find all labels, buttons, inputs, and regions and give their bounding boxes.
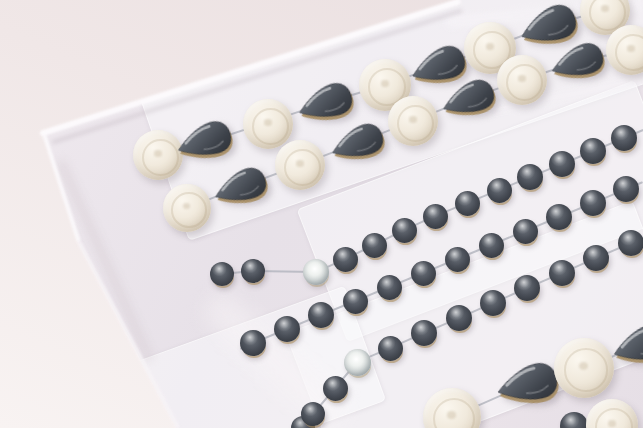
round-gem xyxy=(301,402,325,426)
pearl-ring xyxy=(615,34,643,71)
pearl-dimple xyxy=(608,420,616,427)
round-gem xyxy=(274,316,300,342)
round-gem xyxy=(480,290,506,316)
round-gem xyxy=(580,190,606,216)
round-gem xyxy=(479,233,504,258)
round-gem xyxy=(618,230,643,256)
round-gem xyxy=(210,262,234,286)
round-gem xyxy=(514,275,540,301)
round-gem xyxy=(487,178,512,203)
round-gem xyxy=(446,305,472,331)
bag-fold-highlight xyxy=(56,158,154,362)
pearl-ring xyxy=(397,105,434,142)
round-gem xyxy=(549,260,575,286)
pearl-dimple xyxy=(627,45,635,52)
round-gem xyxy=(580,138,606,164)
round-gem xyxy=(445,247,470,272)
round-gem xyxy=(241,259,265,283)
round-gem xyxy=(362,233,387,258)
round-gem xyxy=(513,219,538,244)
pearl-ring xyxy=(171,192,207,228)
round-gem xyxy=(613,176,639,202)
pearl-ring xyxy=(506,64,543,101)
pearl-dimple xyxy=(447,411,456,419)
round-gem xyxy=(549,151,575,177)
pearl-dimple xyxy=(518,75,526,82)
round-gem xyxy=(323,376,348,401)
pearl-ring xyxy=(142,139,179,176)
pearl-bead xyxy=(163,184,211,232)
round-gem xyxy=(308,302,334,328)
pearl-dimple xyxy=(264,119,272,126)
pearl-dimple xyxy=(601,5,609,12)
pearl-bead xyxy=(388,96,438,146)
pearl-bead xyxy=(275,140,325,190)
round-gem xyxy=(411,320,437,346)
pearl-dimple xyxy=(579,362,588,370)
crystal-gem xyxy=(344,349,371,376)
pearl-bead xyxy=(497,55,547,105)
pearl-bead xyxy=(554,338,614,398)
pearl-bead xyxy=(243,99,293,149)
round-gem xyxy=(611,125,637,151)
round-gem xyxy=(240,330,266,356)
round-gem xyxy=(546,204,572,230)
pearl-ring xyxy=(252,108,289,145)
crystal-gem xyxy=(303,259,329,285)
round-gem xyxy=(583,245,609,271)
round-gem xyxy=(333,247,358,272)
product-photo xyxy=(0,0,643,428)
round-gem xyxy=(517,164,543,190)
round-gem xyxy=(378,336,403,361)
round-gem xyxy=(392,218,417,243)
round-gem xyxy=(343,289,368,314)
pearl-dimple xyxy=(381,80,389,87)
pearl-ring xyxy=(284,149,321,186)
round-gem xyxy=(455,191,480,216)
pearl-ring xyxy=(564,348,608,392)
pearl-dimple xyxy=(409,116,417,123)
round-gem xyxy=(377,275,402,300)
pearl-dimple xyxy=(296,160,304,167)
pearl-dimple xyxy=(486,43,494,50)
round-gem xyxy=(423,204,448,229)
round-gem xyxy=(411,261,436,286)
pearl-dimple xyxy=(154,150,162,157)
